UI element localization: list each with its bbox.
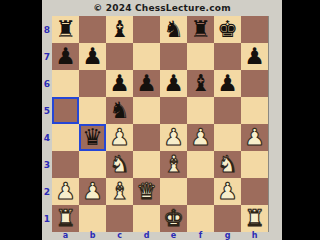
square-h6[interactable] xyxy=(241,70,268,97)
piece-black-knight: ♞ xyxy=(109,97,130,124)
file-label-h: h xyxy=(241,232,268,240)
piece-white-knight: ♞ xyxy=(109,151,130,178)
square-g2[interactable]: ♟ xyxy=(214,178,241,205)
square-d2[interactable]: ♛ xyxy=(133,178,160,205)
piece-white-king: ♚ xyxy=(163,205,184,232)
piece-black-pawn: ♟ xyxy=(109,70,130,97)
square-a2[interactable]: ♟ xyxy=(52,178,79,205)
square-a6[interactable] xyxy=(52,70,79,97)
square-d5[interactable] xyxy=(133,97,160,124)
square-b4[interactable]: ♛ xyxy=(79,124,106,151)
square-a4[interactable] xyxy=(52,124,79,151)
chess-board: ♜♝♞♜♚♟♟♟♟♟♟♝♟♞♛♟♟♟♟♞♝♞♟♟♝♛♟♜♚♜ xyxy=(52,16,269,232)
square-b3[interactable] xyxy=(79,151,106,178)
diagram-panel: © 2024 ChessLecture.com 87654321 ♜♝♞♜♚♟♟… xyxy=(42,0,282,240)
square-f1[interactable] xyxy=(187,205,214,232)
square-a3[interactable] xyxy=(52,151,79,178)
piece-white-pawn: ♟ xyxy=(190,124,211,151)
square-h4[interactable]: ♟ xyxy=(241,124,268,151)
square-h2[interactable] xyxy=(241,178,268,205)
square-f2[interactable] xyxy=(187,178,214,205)
square-g6[interactable]: ♟ xyxy=(214,70,241,97)
piece-black-pawn: ♟ xyxy=(82,43,103,70)
piece-black-king: ♚ xyxy=(217,16,238,43)
square-b6[interactable] xyxy=(79,70,106,97)
piece-white-knight: ♞ xyxy=(217,151,238,178)
square-h8[interactable] xyxy=(241,16,268,43)
square-d3[interactable] xyxy=(133,151,160,178)
square-g7[interactable] xyxy=(214,43,241,70)
copyright-banner: © 2024 ChessLecture.com xyxy=(42,0,282,16)
square-g8[interactable]: ♚ xyxy=(214,16,241,43)
rank-label-6: 6 xyxy=(42,70,52,97)
piece-black-queen: ♛ xyxy=(82,124,103,151)
piece-black-pawn: ♟ xyxy=(136,70,157,97)
piece-white-pawn: ♟ xyxy=(244,124,265,151)
square-h5[interactable] xyxy=(241,97,268,124)
square-b5[interactable] xyxy=(79,97,106,124)
square-g1[interactable] xyxy=(214,205,241,232)
square-d6[interactable]: ♟ xyxy=(133,70,160,97)
square-e6[interactable]: ♟ xyxy=(160,70,187,97)
square-e3[interactable]: ♝ xyxy=(160,151,187,178)
file-labels: abcdefgh xyxy=(52,232,268,240)
piece-black-pawn: ♟ xyxy=(244,43,265,70)
square-e1[interactable]: ♚ xyxy=(160,205,187,232)
rank-label-2: 2 xyxy=(42,178,52,205)
piece-white-rook: ♜ xyxy=(244,205,265,232)
square-h3[interactable] xyxy=(241,151,268,178)
square-d4[interactable] xyxy=(133,124,160,151)
square-a1[interactable]: ♜ xyxy=(52,205,79,232)
square-e5[interactable] xyxy=(160,97,187,124)
square-a7[interactable]: ♟ xyxy=(52,43,79,70)
square-c4[interactable]: ♟ xyxy=(106,124,133,151)
file-label-f: f xyxy=(187,232,214,240)
piece-white-pawn: ♟ xyxy=(163,124,184,151)
piece-white-pawn: ♟ xyxy=(55,178,76,205)
file-label-b: b xyxy=(79,232,106,240)
square-f5[interactable] xyxy=(187,97,214,124)
square-d7[interactable] xyxy=(133,43,160,70)
piece-white-pawn: ♟ xyxy=(82,178,103,205)
square-g4[interactable] xyxy=(214,124,241,151)
rank-label-4: 4 xyxy=(42,124,52,151)
piece-white-bishop: ♝ xyxy=(163,151,184,178)
file-label-c: c xyxy=(106,232,133,240)
piece-black-pawn: ♟ xyxy=(55,43,76,70)
piece-black-rook: ♜ xyxy=(190,16,211,43)
file-label-a: a xyxy=(52,232,79,240)
square-e7[interactable] xyxy=(160,43,187,70)
piece-black-rook: ♜ xyxy=(55,16,76,43)
square-c8[interactable]: ♝ xyxy=(106,16,133,43)
rank-label-5: 5 xyxy=(42,97,52,124)
rank-labels: 87654321 xyxy=(42,16,52,232)
square-e4[interactable]: ♟ xyxy=(160,124,187,151)
square-c3[interactable]: ♞ xyxy=(106,151,133,178)
piece-white-pawn: ♟ xyxy=(217,178,238,205)
square-f8[interactable]: ♜ xyxy=(187,16,214,43)
file-label-d: d xyxy=(133,232,160,240)
square-b2[interactable]: ♟ xyxy=(79,178,106,205)
file-label-g: g xyxy=(214,232,241,240)
square-c5[interactable]: ♞ xyxy=(106,97,133,124)
rank-label-3: 3 xyxy=(42,151,52,178)
rank-label-1: 1 xyxy=(42,205,52,232)
file-label-e: e xyxy=(160,232,187,240)
page-background: { "game": "chess", "position": { "fen": … xyxy=(0,0,320,240)
square-a8[interactable]: ♜ xyxy=(52,16,79,43)
square-a5[interactable] xyxy=(52,97,79,124)
square-e2[interactable] xyxy=(160,178,187,205)
square-c2[interactable]: ♝ xyxy=(106,178,133,205)
piece-black-knight: ♞ xyxy=(163,16,184,43)
piece-black-bishop: ♝ xyxy=(109,16,130,43)
square-h7[interactable]: ♟ xyxy=(241,43,268,70)
rank-label-7: 7 xyxy=(42,43,52,70)
square-f6[interactable]: ♝ xyxy=(187,70,214,97)
square-b7[interactable]: ♟ xyxy=(79,43,106,70)
square-h1[interactable]: ♜ xyxy=(241,205,268,232)
square-f7[interactable] xyxy=(187,43,214,70)
piece-white-bishop: ♝ xyxy=(109,178,130,205)
square-g3[interactable]: ♞ xyxy=(214,151,241,178)
square-d8[interactable] xyxy=(133,16,160,43)
square-c7[interactable] xyxy=(106,43,133,70)
square-f3[interactable] xyxy=(187,151,214,178)
square-c1[interactable] xyxy=(106,205,133,232)
square-c6[interactable]: ♟ xyxy=(106,70,133,97)
square-e8[interactable]: ♞ xyxy=(160,16,187,43)
piece-white-pawn: ♟ xyxy=(109,124,130,151)
square-f4[interactable]: ♟ xyxy=(187,124,214,151)
piece-white-queen: ♛ xyxy=(136,178,157,205)
square-b1[interactable] xyxy=(79,205,106,232)
square-b8[interactable] xyxy=(79,16,106,43)
square-g5[interactable] xyxy=(214,97,241,124)
rank-label-8: 8 xyxy=(42,16,52,43)
piece-white-rook: ♜ xyxy=(55,205,76,232)
piece-black-bishop: ♝ xyxy=(190,70,211,97)
piece-black-pawn: ♟ xyxy=(217,70,238,97)
square-d1[interactable] xyxy=(133,205,160,232)
piece-black-pawn: ♟ xyxy=(163,70,184,97)
